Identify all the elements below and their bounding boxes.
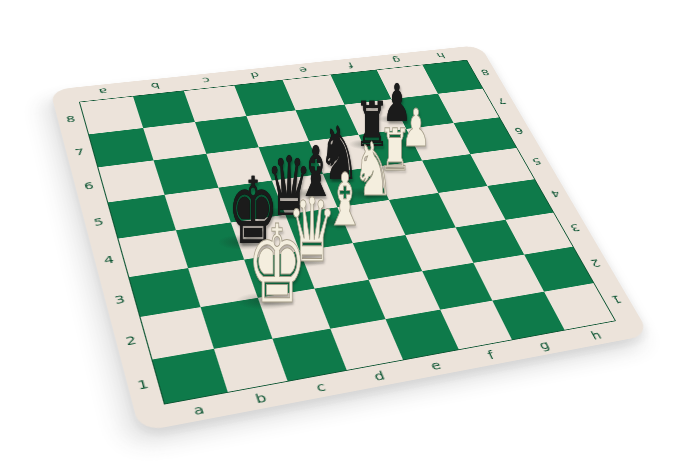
- white-king-c2[interactable]: ♚: [247, 211, 307, 319]
- photo-canvas: abcdefgh abcdefgh 87654321 87654321 ♟♟♜♜…: [0, 0, 700, 475]
